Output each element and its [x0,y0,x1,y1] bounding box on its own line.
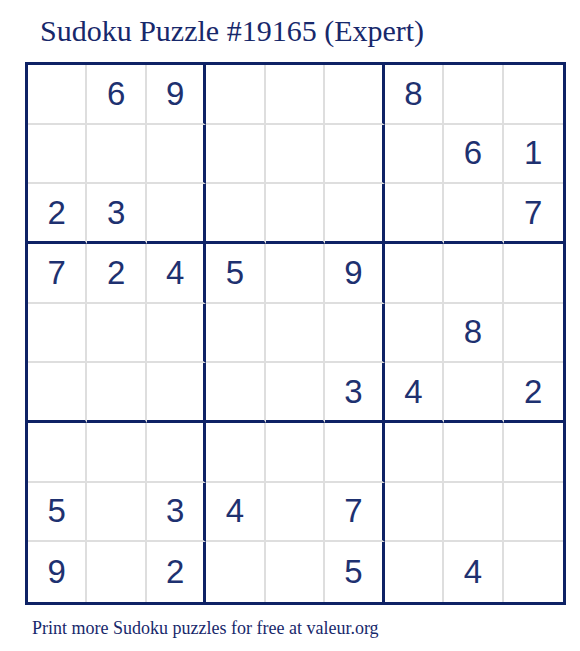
cell-r6c9[interactable]: 2 [504,363,563,423]
cell-r8c3[interactable]: 3 [147,483,206,543]
cell-r1c9[interactable] [504,65,563,125]
cell-r1c3[interactable]: 9 [147,65,206,125]
cell-r3c4[interactable] [206,184,265,244]
cell-r5c9[interactable] [504,304,563,364]
cell-r6c6[interactable]: 3 [325,363,384,423]
cell-r7c8[interactable] [444,423,503,483]
cell-r6c8[interactable] [444,363,503,423]
cell-r1c7[interactable]: 8 [385,65,444,125]
cell-r1c2[interactable]: 6 [87,65,146,125]
page-title: Sudoku Puzzle #19165 (Expert) [40,14,424,48]
cell-r9c9[interactable] [504,542,563,602]
cell-r2c3[interactable] [147,125,206,185]
cell-r4c8[interactable] [444,244,503,304]
cell-r7c1[interactable] [28,423,87,483]
cell-r3c5[interactable] [266,184,325,244]
cell-r9c4[interactable] [206,542,265,602]
cell-r8c6[interactable]: 7 [325,483,384,543]
cell-r3c1[interactable]: 2 [28,184,87,244]
cell-r6c5[interactable] [266,363,325,423]
cell-r9c6[interactable]: 5 [325,542,384,602]
cell-r2c4[interactable] [206,125,265,185]
cell-r8c2[interactable] [87,483,146,543]
cell-r4c1[interactable]: 7 [28,244,87,304]
cell-r7c5[interactable] [266,423,325,483]
cell-r7c7[interactable] [385,423,444,483]
footer-text: Print more Sudoku puzzles for free at va… [32,616,379,640]
cell-r9c3[interactable]: 2 [147,542,206,602]
cell-r6c7[interactable]: 4 [385,363,444,423]
cell-r3c8[interactable] [444,184,503,244]
cell-r5c6[interactable] [325,304,384,364]
cell-r5c1[interactable] [28,304,87,364]
cell-r1c1[interactable] [28,65,87,125]
cell-r4c9[interactable] [504,244,563,304]
cell-r4c2[interactable]: 2 [87,244,146,304]
cell-r8c1[interactable]: 5 [28,483,87,543]
sudoku-board: 6986123772459834253479254 [25,62,566,605]
cell-r3c2[interactable]: 3 [87,184,146,244]
cell-r5c2[interactable] [87,304,146,364]
cell-r7c3[interactable] [147,423,206,483]
cell-r7c9[interactable] [504,423,563,483]
cell-r5c8[interactable]: 8 [444,304,503,364]
cell-r6c2[interactable] [87,363,146,423]
cell-r8c4[interactable]: 4 [206,483,265,543]
cell-r2c5[interactable] [266,125,325,185]
cell-r5c4[interactable] [206,304,265,364]
cell-r9c8[interactable]: 4 [444,542,503,602]
cell-r9c2[interactable] [87,542,146,602]
cell-r7c2[interactable] [87,423,146,483]
cell-r2c8[interactable]: 6 [444,125,503,185]
cell-r2c9[interactable]: 1 [504,125,563,185]
cell-r4c6[interactable]: 9 [325,244,384,304]
cell-r5c5[interactable] [266,304,325,364]
cell-r4c5[interactable] [266,244,325,304]
cell-r6c4[interactable] [206,363,265,423]
cell-r5c7[interactable] [385,304,444,364]
cell-r9c1[interactable]: 9 [28,542,87,602]
cell-r4c7[interactable] [385,244,444,304]
cell-r3c6[interactable] [325,184,384,244]
cell-r2c6[interactable] [325,125,384,185]
cell-r9c5[interactable] [266,542,325,602]
cell-r7c6[interactable] [325,423,384,483]
cell-r9c7[interactable] [385,542,444,602]
cell-r2c1[interactable] [28,125,87,185]
cell-r8c9[interactable] [504,483,563,543]
cell-r1c6[interactable] [325,65,384,125]
cell-r1c8[interactable] [444,65,503,125]
cell-r1c4[interactable] [206,65,265,125]
cell-r6c3[interactable] [147,363,206,423]
cell-r5c3[interactable] [147,304,206,364]
cell-r4c3[interactable]: 4 [147,244,206,304]
cell-r6c1[interactable] [28,363,87,423]
cell-r8c5[interactable] [266,483,325,543]
cell-r3c9[interactable]: 7 [504,184,563,244]
cell-r4c4[interactable]: 5 [206,244,265,304]
cell-r2c7[interactable] [385,125,444,185]
cell-r3c3[interactable] [147,184,206,244]
cell-r8c8[interactable] [444,483,503,543]
cell-r8c7[interactable] [385,483,444,543]
cell-r3c7[interactable] [385,184,444,244]
cell-r1c5[interactable] [266,65,325,125]
cell-r2c2[interactable] [87,125,146,185]
cell-r7c4[interactable] [206,423,265,483]
